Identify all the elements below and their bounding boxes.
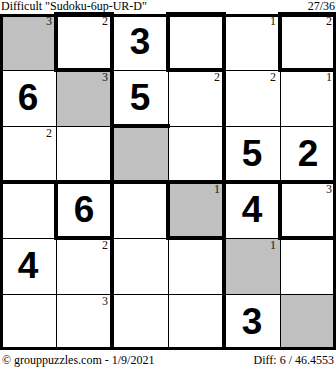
cell-r4c1[interactable] bbox=[0, 182, 56, 238]
corner-mark: 2 bbox=[270, 71, 276, 83]
cell-r3c1[interactable]: 2 bbox=[0, 126, 56, 182]
cell-r2c2[interactable]: 3 bbox=[56, 70, 112, 126]
given-digit: 2 bbox=[280, 126, 336, 182]
cell-r2c3[interactable]: 5 bbox=[112, 70, 168, 126]
cell-r4c5[interactable]: 4 bbox=[224, 182, 280, 238]
cell-r5c6[interactable] bbox=[280, 238, 336, 294]
cell-r3c6[interactable]: 2 bbox=[280, 126, 336, 182]
cell-r3c3[interactable] bbox=[112, 126, 168, 182]
given-digit: 5 bbox=[112, 70, 168, 126]
cell-r1c3[interactable]: 3 bbox=[112, 14, 168, 70]
corner-mark: 3 bbox=[102, 295, 108, 307]
ur-cell-outline bbox=[54, 12, 114, 72]
grid-line bbox=[0, 294, 336, 295]
cell-r2c1[interactable]: 6 bbox=[0, 70, 56, 126]
cell-r5c1[interactable]: 4 bbox=[0, 238, 56, 294]
corner-mark: 3 bbox=[102, 71, 108, 83]
corner-mark: 1 bbox=[326, 71, 332, 83]
cell-r1c5[interactable]: 1 bbox=[224, 14, 280, 70]
footer-difficulty: Diff: 6 / 46.4553 bbox=[254, 353, 334, 367]
ur-cell-outline bbox=[166, 180, 226, 240]
corner-mark: 2 bbox=[214, 71, 220, 83]
outer-border bbox=[0, 14, 3, 350]
cell-r6c1[interactable] bbox=[0, 294, 56, 350]
given-digit: 3 bbox=[112, 14, 168, 70]
cell-r1c1[interactable]: 3 bbox=[0, 14, 56, 70]
cell-r6c6[interactable] bbox=[280, 294, 336, 350]
given-digit: 6 bbox=[0, 70, 56, 126]
footer: © grouppuzzles.com - 1/9/2021 Diff: 6 / … bbox=[0, 351, 336, 370]
cell-r3c4[interactable] bbox=[168, 126, 224, 182]
cell-r6c5[interactable]: 3 bbox=[224, 294, 280, 350]
bold-edge bbox=[110, 124, 170, 128]
cell-r2c4[interactable]: 2 bbox=[168, 70, 224, 126]
given-digit: 5 bbox=[224, 126, 280, 182]
cell-r3c5[interactable]: 5 bbox=[224, 126, 280, 182]
ur-cell-outline bbox=[54, 180, 114, 240]
corner-mark: 1 bbox=[270, 239, 276, 251]
ur-cell-outline bbox=[166, 12, 226, 72]
cell-r6c2[interactable]: 3 bbox=[56, 294, 112, 350]
given-digit: 3 bbox=[224, 294, 280, 350]
corner-mark: 2 bbox=[102, 239, 108, 251]
given-digit: 4 bbox=[224, 182, 280, 238]
outer-border bbox=[0, 14, 336, 17]
cell-r5c4[interactable] bbox=[168, 238, 224, 294]
outer-border bbox=[0, 347, 336, 350]
cell-r5c2[interactable]: 2 bbox=[56, 238, 112, 294]
cell-r3c2[interactable] bbox=[56, 126, 112, 182]
cell-r2c6[interactable]: 1 bbox=[280, 70, 336, 126]
cell-r5c3[interactable] bbox=[112, 238, 168, 294]
corner-mark: 2 bbox=[46, 127, 52, 139]
ur-cell-outline bbox=[278, 180, 336, 240]
cell-r5c5[interactable]: 1 bbox=[224, 238, 280, 294]
sudoku-grid: 32312635221252614342133 bbox=[0, 14, 336, 350]
footer-copyright: © grouppuzzles.com - 1/9/2021 bbox=[2, 353, 154, 367]
cell-r4c3[interactable] bbox=[112, 182, 168, 238]
cell-r6c4[interactable] bbox=[168, 294, 224, 350]
cell-r6c3[interactable] bbox=[112, 294, 168, 350]
cell-r2c5[interactable]: 2 bbox=[224, 70, 280, 126]
given-digit: 4 bbox=[0, 238, 56, 294]
ur-cell-outline bbox=[278, 12, 336, 72]
